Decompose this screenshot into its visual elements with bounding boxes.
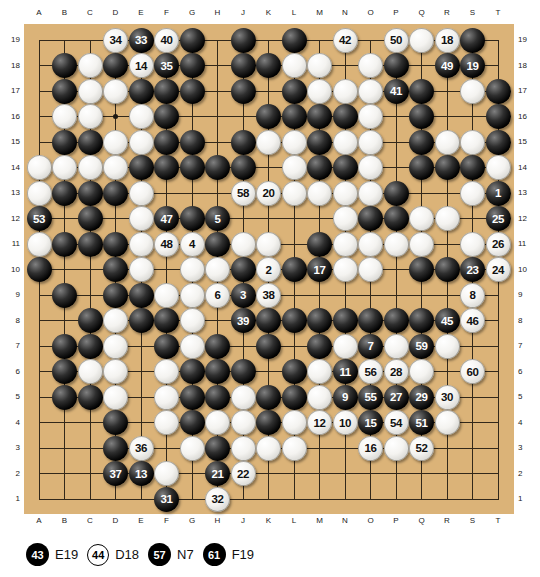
row-label-right-17: 17: [518, 86, 534, 96]
stone-K18: [256, 53, 281, 78]
stone-L6: [282, 359, 307, 384]
stone-E14: [129, 155, 154, 180]
move-number: 30: [435, 385, 460, 410]
move-number: 56: [358, 359, 383, 384]
move-number: 3: [231, 283, 256, 308]
column-label-top-H: H: [208, 8, 228, 17]
stone-F14: [154, 155, 179, 180]
stone-B15: [52, 130, 77, 155]
stone-G19: [180, 28, 205, 53]
row-label-right-15: 15: [518, 137, 534, 147]
column-label-bottom-T: T: [488, 516, 508, 525]
stone-C7: [78, 334, 103, 359]
stone-G3: [180, 436, 205, 461]
stone-P18: [384, 53, 409, 78]
stone-M10: 17: [307, 257, 332, 282]
stone-G5: [180, 385, 205, 410]
stone-E13: [129, 181, 154, 206]
stone-A10: [27, 257, 52, 282]
stone-N8: [333, 308, 358, 333]
stone-N13: [333, 181, 358, 206]
stone-T17: [486, 79, 511, 104]
column-label-bottom-M: M: [310, 516, 330, 525]
column-label-top-M: M: [310, 8, 330, 17]
move-number: 12: [307, 410, 332, 435]
stone-D13: [103, 181, 128, 206]
row-label-right-19: 19: [518, 35, 534, 45]
stone-F1: 31: [154, 487, 179, 512]
stone-L19: [282, 28, 307, 53]
move-number: 16: [358, 436, 383, 461]
caption-move-number: 43: [26, 543, 49, 566]
row-label-left-14: 14: [4, 163, 20, 173]
stone-E9: [129, 283, 154, 308]
move-number: 46: [460, 308, 485, 333]
stone-Q4: 51: [409, 410, 434, 435]
stone-C15: [78, 130, 103, 155]
stone-E11: [129, 232, 154, 257]
stone-S13: [460, 181, 485, 206]
stone-G14: [180, 155, 205, 180]
move-number: 55: [358, 385, 383, 410]
row-label-left-3: 3: [4, 443, 20, 453]
go-game-diagram: 3433404250181435491941582015347525484262…: [0, 0, 540, 577]
row-label-right-1: 1: [518, 494, 534, 504]
stone-R15: [435, 130, 460, 155]
move-number: 29: [409, 385, 434, 410]
stone-K16: [256, 104, 281, 129]
stone-P13: [384, 181, 409, 206]
stone-T15: [486, 130, 511, 155]
stone-K13: 20: [256, 181, 281, 206]
stone-T10: 24: [486, 257, 511, 282]
stone-T16: [486, 104, 511, 129]
move-number: 13: [129, 461, 154, 486]
row-label-left-17: 17: [4, 86, 20, 96]
stone-B17: [52, 79, 77, 104]
row-label-right-5: 5: [518, 392, 534, 402]
stone-P11: [384, 232, 409, 257]
stone-L17: [282, 79, 307, 104]
stone-K9: 38: [256, 283, 281, 308]
move-number: 26: [486, 232, 511, 257]
column-label-top-R: R: [437, 8, 457, 17]
row-label-left-18: 18: [4, 61, 20, 71]
caption-entry-57: 57N7: [148, 543, 194, 566]
stone-D10: [103, 257, 128, 282]
stone-M5: [307, 385, 332, 410]
stone-J19: [231, 28, 256, 53]
move-number: 17: [307, 257, 332, 282]
move-number: 52: [409, 436, 434, 461]
stone-O17: [358, 79, 383, 104]
stone-Q16: [409, 104, 434, 129]
caption-move-number: 44: [88, 545, 108, 565]
row-label-left-5: 5: [4, 392, 20, 402]
stone-R10: [435, 257, 460, 282]
stone-L4: [282, 410, 307, 435]
column-label-bottom-D: D: [106, 516, 126, 525]
stone-N19: 42: [333, 28, 358, 53]
stone-R5: 30: [435, 385, 460, 410]
stone-F17: [154, 79, 179, 104]
stone-J3: [231, 436, 256, 461]
stone-J2: 22: [231, 461, 256, 486]
stone-K4: [256, 410, 281, 435]
stone-F6: [154, 359, 179, 384]
column-label-top-A: A: [29, 8, 49, 17]
move-number: 22: [231, 461, 256, 486]
stone-Q14: [409, 155, 434, 180]
stone-M11: [307, 232, 332, 257]
column-label-top-S: S: [463, 8, 483, 17]
stone-O15: [358, 130, 383, 155]
stone-F2: [154, 461, 179, 486]
column-label-top-C: C: [80, 8, 100, 17]
stone-N4: 10: [333, 410, 358, 435]
stone-N17: [333, 79, 358, 104]
row-label-right-18: 18: [518, 61, 534, 71]
stone-L16: [282, 104, 307, 129]
stone-D9: [103, 283, 128, 308]
stone-J13: 58: [231, 181, 256, 206]
move-number: 39: [231, 308, 256, 333]
stone-N10: [333, 257, 358, 282]
stone-P12: [384, 206, 409, 231]
row-label-right-7: 7: [518, 341, 534, 351]
row-label-left-10: 10: [4, 265, 20, 275]
stone-Q15: [409, 130, 434, 155]
stone-O4: 15: [358, 410, 383, 435]
stone-N15: [333, 130, 358, 155]
stone-J17: [231, 79, 256, 104]
move-number: 9: [333, 385, 358, 410]
column-label-bottom-G: G: [182, 516, 202, 525]
move-number: 1: [486, 181, 511, 206]
stone-J14: [231, 155, 256, 180]
stone-P4: 54: [384, 410, 409, 435]
column-label-bottom-H: H: [208, 516, 228, 525]
row-label-right-16: 16: [518, 112, 534, 122]
stone-D6: [103, 359, 128, 384]
column-label-bottom-L: L: [284, 516, 304, 525]
move-number: 58: [231, 181, 256, 206]
move-number: 37: [103, 461, 128, 486]
stone-E12: [129, 206, 154, 231]
caption-coordinate: D18: [115, 547, 139, 562]
stone-G6: [180, 359, 205, 384]
column-label-bottom-N: N: [335, 516, 355, 525]
stone-C5: [78, 385, 103, 410]
move-caption: 43E1944D1857N761F19: [26, 543, 254, 566]
stone-D2: 37: [103, 461, 128, 486]
stone-G17: [180, 79, 205, 104]
stone-A12: 53: [27, 206, 52, 231]
column-label-top-K: K: [259, 8, 279, 17]
stone-Q12: [409, 206, 434, 231]
column-label-top-B: B: [55, 8, 75, 17]
stone-N6: 11: [333, 359, 358, 384]
stone-O11: [358, 232, 383, 257]
column-label-bottom-A: A: [29, 516, 49, 525]
stone-M17: [307, 79, 332, 104]
stone-H9: 6: [205, 283, 230, 308]
stone-B7: [52, 334, 77, 359]
stone-B11: [52, 232, 77, 257]
stone-R12: [435, 206, 460, 231]
move-number: 51: [409, 410, 434, 435]
move-number: 20: [256, 181, 281, 206]
move-number: 32: [205, 487, 230, 512]
stone-R14: [435, 155, 460, 180]
stone-E10: [129, 257, 154, 282]
row-label-left-4: 4: [4, 418, 20, 428]
stone-M15: [307, 130, 332, 155]
stone-M16: [307, 104, 332, 129]
stone-L8: [282, 308, 307, 333]
stone-E18: 14: [129, 53, 154, 78]
column-label-bottom-S: S: [463, 516, 483, 525]
stone-M4: 12: [307, 410, 332, 435]
caption-move-number: 57: [148, 543, 171, 566]
stone-G7: [180, 334, 205, 359]
stone-L10: [282, 257, 307, 282]
move-number: 14: [129, 53, 154, 78]
caption-entry-44: 44D18: [87, 544, 139, 566]
stone-N11: [333, 232, 358, 257]
column-label-bottom-J: J: [233, 516, 253, 525]
move-number: 38: [256, 283, 281, 308]
stone-M6: [307, 359, 332, 384]
stone-F16: [154, 104, 179, 129]
move-number: 33: [129, 28, 154, 53]
stone-D14: [103, 155, 128, 180]
row-label-left-12: 12: [4, 214, 20, 224]
stone-E8: [129, 308, 154, 333]
stone-E17: [129, 79, 154, 104]
column-label-bottom-P: P: [386, 516, 406, 525]
stone-N7: [333, 334, 358, 359]
stone-S9: 8: [460, 283, 485, 308]
column-label-top-P: P: [386, 8, 406, 17]
stone-J4: [231, 410, 256, 435]
stone-B9: [52, 283, 77, 308]
stone-D4: [103, 410, 128, 435]
caption-coordinate: E19: [55, 547, 78, 562]
stone-O12: [358, 206, 383, 231]
stone-L15: [282, 130, 307, 155]
stone-T14: [486, 155, 511, 180]
move-number: 34: [103, 28, 128, 53]
caption-coordinate: N7: [177, 547, 194, 562]
stone-H2: 21: [205, 461, 230, 486]
stone-Q3: 52: [409, 436, 434, 461]
stone-J8: 39: [231, 308, 256, 333]
stone-E15: [129, 130, 154, 155]
stone-O3: 16: [358, 436, 383, 461]
move-number: 25: [486, 206, 511, 231]
column-label-bottom-E: E: [131, 516, 151, 525]
row-label-right-4: 4: [518, 418, 534, 428]
caption-stone-black-icon: 43: [26, 543, 49, 566]
stone-G8: [180, 308, 205, 333]
stone-O18: [358, 53, 383, 78]
stone-B6: [52, 359, 77, 384]
stone-K15: [256, 130, 281, 155]
stone-P5: 27: [384, 385, 409, 410]
stone-O6: 56: [358, 359, 383, 384]
stone-K7: [256, 334, 281, 359]
column-label-top-G: G: [182, 8, 202, 17]
stone-D17: [103, 79, 128, 104]
stone-K5: [256, 385, 281, 410]
stone-K3: [256, 436, 281, 461]
column-label-top-O: O: [361, 8, 381, 17]
stone-L13: [282, 181, 307, 206]
move-number: 50: [384, 28, 409, 53]
stone-S18: 19: [460, 53, 485, 78]
row-label-right-10: 10: [518, 265, 534, 275]
move-number: 18: [435, 28, 460, 53]
stone-N5: 9: [333, 385, 358, 410]
column-label-bottom-B: B: [55, 516, 75, 525]
row-label-right-3: 3: [518, 443, 534, 453]
stone-P6: 28: [384, 359, 409, 384]
stone-D8: [103, 308, 128, 333]
stone-P3: [384, 436, 409, 461]
caption-stone-white-icon: 44: [87, 544, 109, 566]
move-number: 28: [384, 359, 409, 384]
caption-move-number: 61: [203, 543, 226, 566]
stone-H4: [205, 410, 230, 435]
stone-C11: [78, 232, 103, 257]
stone-Q8: [409, 308, 434, 333]
stone-F11: 48: [154, 232, 179, 257]
move-number: 41: [384, 79, 409, 104]
row-label-right-6: 6: [518, 367, 534, 377]
stone-D15: [103, 130, 128, 155]
stone-A13: [27, 181, 52, 206]
stone-G12: [180, 206, 205, 231]
row-label-left-15: 15: [4, 137, 20, 147]
stone-O13: [358, 181, 383, 206]
stone-O8: [358, 308, 383, 333]
column-label-bottom-C: C: [80, 516, 100, 525]
stone-G18: [180, 53, 205, 78]
stone-F18: 35: [154, 53, 179, 78]
stone-F4: [154, 410, 179, 435]
move-number: 19: [460, 53, 485, 78]
caption-stone-black-icon: 57: [148, 543, 171, 566]
stone-F19: 40: [154, 28, 179, 53]
column-label-bottom-O: O: [361, 516, 381, 525]
stone-N12: [333, 206, 358, 231]
stone-B14: [52, 155, 77, 180]
stone-T13: 1: [486, 181, 511, 206]
stone-K8: [256, 308, 281, 333]
move-number: 10: [333, 410, 358, 435]
stone-E2: 13: [129, 461, 154, 486]
stone-D3: [103, 436, 128, 461]
stone-J10: [231, 257, 256, 282]
stone-Q7: 59: [409, 334, 434, 359]
row-label-left-9: 9: [4, 290, 20, 300]
move-number: 8: [460, 283, 485, 308]
stone-R7: [435, 334, 460, 359]
stone-E3: 36: [129, 436, 154, 461]
row-label-right-2: 2: [518, 469, 534, 479]
stone-Q11: [409, 232, 434, 257]
caption-coordinate: F19: [232, 547, 254, 562]
row-label-left-6: 6: [4, 367, 20, 377]
stone-S8: 46: [460, 308, 485, 333]
column-label-top-J: J: [233, 8, 253, 17]
move-number: 6: [205, 283, 230, 308]
column-label-bottom-R: R: [437, 516, 457, 525]
stone-F12: 47: [154, 206, 179, 231]
stone-F15: [154, 130, 179, 155]
stone-P17: 41: [384, 79, 409, 104]
move-number: 5: [205, 206, 230, 231]
move-number: 45: [435, 308, 460, 333]
stone-P19: 50: [384, 28, 409, 53]
move-number: 42: [333, 28, 358, 53]
stone-O10: [358, 257, 383, 282]
stone-H3: [205, 436, 230, 461]
stone-S10: 23: [460, 257, 485, 282]
stone-B13: [52, 181, 77, 206]
move-number: 11: [333, 359, 358, 384]
move-number: 53: [27, 206, 52, 231]
stone-G4: [180, 410, 205, 435]
move-number: 49: [435, 53, 460, 78]
stone-S19: [460, 28, 485, 53]
star-point-D16: [113, 114, 118, 119]
column-label-top-E: E: [131, 8, 151, 17]
stone-J6: [231, 359, 256, 384]
stone-H5: [205, 385, 230, 410]
row-label-left-8: 8: [4, 316, 20, 326]
row-label-left-7: 7: [4, 341, 20, 351]
stone-D18: [103, 53, 128, 78]
caption-entry-61: 61F19: [203, 543, 254, 566]
row-label-right-9: 9: [518, 290, 534, 300]
stone-Q19: [409, 28, 434, 53]
stone-J11: [231, 232, 256, 257]
stone-L5: [282, 385, 307, 410]
caption-stone-black-icon: 61: [203, 543, 226, 566]
stone-M14: [307, 155, 332, 180]
stone-P8: [384, 308, 409, 333]
move-number: 23: [460, 257, 485, 282]
caption-entry-43: 43E19: [26, 543, 78, 566]
stone-L18: [282, 53, 307, 78]
stone-Q5: 29: [409, 385, 434, 410]
stone-H7: [205, 334, 230, 359]
stone-F7: [154, 334, 179, 359]
move-number: 31: [154, 487, 179, 512]
move-number: 54: [384, 410, 409, 435]
stone-A11: [27, 232, 52, 257]
stone-B16: [52, 104, 77, 129]
move-number: 15: [358, 410, 383, 435]
stone-P7: [384, 334, 409, 359]
move-number: 47: [154, 206, 179, 231]
move-number: 2: [256, 257, 281, 282]
stone-N14: [333, 155, 358, 180]
stone-K10: 2: [256, 257, 281, 282]
row-label-right-13: 13: [518, 188, 534, 198]
